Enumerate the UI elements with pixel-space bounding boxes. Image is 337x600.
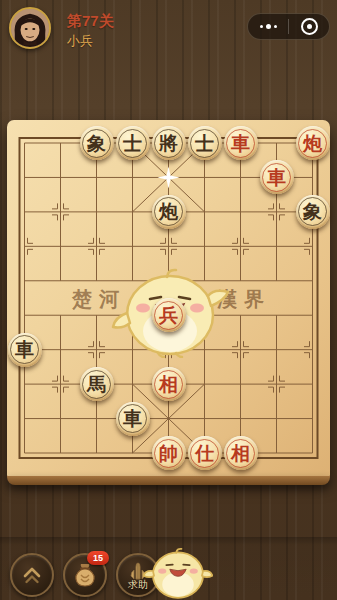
piece-red-相[interactable]: 相	[224, 436, 258, 470]
piece-black-將[interactable]: 將	[152, 126, 186, 160]
board-edge	[7, 476, 330, 485]
player-name: 小兵	[67, 32, 93, 50]
piece-black-象[interactable]: 象	[296, 195, 330, 229]
piece-black-車[interactable]: 車	[116, 402, 150, 436]
piece-black-士[interactable]: 士	[188, 126, 222, 160]
chick-mascot-small	[143, 541, 213, 600]
piece-red-仕[interactable]: 仕	[188, 436, 222, 470]
item-bag-button[interactable]: 15	[63, 553, 107, 597]
collapse-menu-button[interactable]	[10, 553, 54, 597]
piece-red-帥[interactable]: 帥	[152, 436, 186, 470]
piece-red-炮[interactable]: 炮	[296, 126, 330, 160]
piece-black-馬[interactable]: 馬	[80, 367, 114, 401]
circle-target-icon	[301, 18, 318, 35]
double-chevron-up-icon	[20, 563, 44, 587]
wechat-capsule	[247, 13, 330, 40]
xiangqi-board[interactable]: 楚河 漢界 象士將士車炮車炮象兵車馬相車帥仕相	[7, 120, 330, 477]
piece-black-士[interactable]: 士	[116, 126, 150, 160]
bag-count-badge: 15	[87, 551, 109, 565]
piece-red-兵[interactable]: 兵	[152, 298, 186, 332]
piece-red-相[interactable]: 相	[152, 367, 186, 401]
piece-red-車[interactable]: 車	[260, 160, 294, 194]
piece-black-炮[interactable]: 炮	[152, 195, 186, 229]
avatar-face-icon	[11, 9, 49, 47]
more-button[interactable]	[248, 14, 288, 39]
more-dots-icon	[260, 24, 277, 29]
piece-black-車[interactable]: 車	[8, 333, 42, 367]
level-label: 第77关	[67, 12, 114, 31]
top-bar: 第77关 小兵	[0, 0, 337, 56]
piece-red-車[interactable]: 車	[224, 126, 258, 160]
money-bag-icon	[72, 562, 98, 588]
piece-black-象[interactable]: 象	[80, 126, 114, 160]
close-minip-button[interactable]	[289, 14, 329, 39]
player-avatar[interactable]	[9, 7, 51, 49]
